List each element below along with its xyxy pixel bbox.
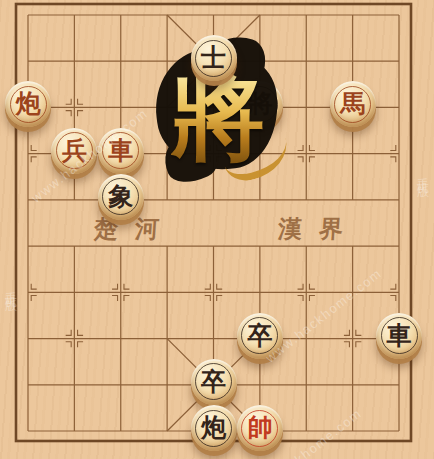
piece-black-cannon[interactable]: 炮	[191, 405, 237, 451]
piece-black-soldier[interactable]: 卒	[191, 359, 237, 405]
piece-black-soldier[interactable]: 卒	[237, 313, 283, 359]
piece-character: 帥	[247, 415, 272, 440]
piece-character: 炮	[16, 91, 41, 116]
piece-character: 車	[108, 138, 133, 163]
piece-character: 象	[108, 184, 133, 209]
piece-character: 士	[201, 45, 226, 70]
piece-red-cannon[interactable]: 炮	[5, 81, 51, 127]
piece-red-soldier[interactable]: 兵	[51, 128, 97, 174]
piece-character: 炮	[201, 415, 226, 440]
piece-character: 卒	[247, 323, 272, 348]
piece-black-advisor[interactable]: 士	[191, 35, 237, 81]
piece-red-horse[interactable]: 馬	[330, 81, 376, 127]
piece-character: 車	[387, 323, 412, 348]
piece-character: 馬	[340, 91, 365, 116]
piece-red-chariot[interactable]: 車	[98, 128, 144, 174]
piece-black-elephant[interactable]: 象	[98, 174, 144, 220]
piece-character: 兵	[62, 138, 87, 163]
piece-red-general[interactable]: 帥	[237, 405, 283, 451]
xiangqi-board: 楚河 漢界 www.hackhome.com www.hackhome.com …	[0, 0, 434, 459]
piece-character: 將	[247, 91, 272, 116]
piece-black-general[interactable]: 將	[237, 81, 283, 127]
piece-character: 卒	[201, 369, 226, 394]
piece-black-chariot[interactable]: 車	[376, 313, 422, 359]
